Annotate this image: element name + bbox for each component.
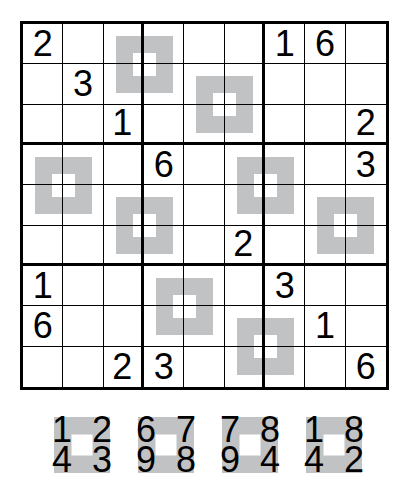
cell-r4c3[interactable] (104, 145, 144, 185)
cell-r7c4[interactable] (144, 266, 184, 306)
cell-r5c7[interactable] (265, 185, 305, 225)
cell-r8c5[interactable] (184, 306, 224, 346)
sudoku-board: 2163126321361236 (20, 21, 389, 390)
cell-r8c8[interactable]: 1 (305, 306, 345, 346)
cell-r9c2[interactable] (63, 347, 103, 387)
cell-r1c9[interactable] (346, 24, 386, 64)
cell-r9c8[interactable] (305, 347, 345, 387)
cell-r9c3[interactable]: 2 (104, 347, 144, 387)
cell-r6c5[interactable] (184, 226, 224, 266)
cell-r5c9[interactable] (346, 185, 386, 225)
cell-r4c4[interactable]: 6 (144, 145, 184, 185)
cell-r2c5[interactable] (184, 64, 224, 104)
cell-r1c8[interactable]: 6 (305, 24, 345, 64)
cell-r6c3[interactable] (104, 226, 144, 266)
cell-r3c4[interactable] (144, 105, 184, 145)
cell-r1c5[interactable] (184, 24, 224, 64)
cell-r1c3[interactable] (104, 24, 144, 64)
legend-quad-2: 6798 (138, 417, 194, 473)
cell-r6c6[interactable]: 2 (225, 226, 265, 266)
cell-r7c2[interactable] (63, 266, 103, 306)
cell-r2c8[interactable] (305, 64, 345, 104)
cell-r3c8[interactable] (305, 105, 345, 145)
cell-r4c9[interactable]: 3 (346, 145, 386, 185)
legend-digit-bottom-right: 8 (176, 442, 196, 478)
quadruple-legend: 1243679878941842 (54, 417, 362, 473)
cell-r6c4[interactable] (144, 226, 184, 266)
cell-r5c4[interactable] (144, 185, 184, 225)
cell-r8c9[interactable] (346, 306, 386, 346)
cell-r6c7[interactable] (265, 226, 305, 266)
legend-marker-hole (72, 435, 93, 456)
cell-r2c4[interactable] (144, 64, 184, 104)
cell-r8c1[interactable]: 6 (23, 306, 63, 346)
cell-r7c7[interactable]: 3 (265, 266, 305, 306)
cell-r5c1[interactable] (23, 185, 63, 225)
cell-r8c6[interactable] (225, 306, 265, 346)
cell-r5c5[interactable] (184, 185, 224, 225)
cell-r9c6[interactable] (225, 347, 265, 387)
cell-r9c7[interactable] (265, 347, 305, 387)
legend-digit-bottom-left: 9 (220, 442, 240, 478)
cell-r4c7[interactable] (265, 145, 305, 185)
cell-r2c1[interactable] (23, 64, 63, 104)
cell-r5c8[interactable] (305, 185, 345, 225)
cell-r9c1[interactable] (23, 347, 63, 387)
cell-r3c1[interactable] (23, 105, 63, 145)
puzzle-page: 2163126321361236 1243679878941842 (0, 0, 410, 499)
cell-r6c2[interactable] (63, 226, 103, 266)
legend-marker-hole (240, 435, 261, 456)
legend-digit-bottom-left: 4 (304, 442, 324, 478)
cell-r3c7[interactable] (265, 105, 305, 145)
cell-r1c6[interactable] (225, 24, 265, 64)
cell-r4c6[interactable] (225, 145, 265, 185)
cell-r7c3[interactable] (104, 266, 144, 306)
cell-r9c9[interactable]: 6 (346, 347, 386, 387)
cell-r9c5[interactable] (184, 347, 224, 387)
cell-r3c2[interactable] (63, 105, 103, 145)
legend-quad-4: 1842 (306, 417, 362, 473)
legend-digit-bottom-right: 3 (92, 442, 112, 478)
cell-r2c6[interactable] (225, 64, 265, 104)
cell-r8c3[interactable] (104, 306, 144, 346)
cell-r1c1[interactable]: 2 (23, 24, 63, 64)
cell-r8c2[interactable] (63, 306, 103, 346)
cell-r8c7[interactable] (265, 306, 305, 346)
cell-r2c3[interactable] (104, 64, 144, 104)
cell-r3c3[interactable]: 1 (104, 105, 144, 145)
cell-r5c3[interactable] (104, 185, 144, 225)
legend-digit-bottom-left: 9 (136, 442, 156, 478)
cell-r7c9[interactable] (346, 266, 386, 306)
cell-r1c4[interactable] (144, 24, 184, 64)
cell-r3c6[interactable] (225, 105, 265, 145)
cell-r3c5[interactable] (184, 105, 224, 145)
legend-quad-3: 7894 (222, 417, 278, 473)
cell-r6c1[interactable] (23, 226, 63, 266)
cell-r4c2[interactable] (63, 145, 103, 185)
legend-marker-hole (324, 435, 345, 456)
cell-r2c2[interactable]: 3 (63, 64, 103, 104)
legend-digit-bottom-left: 4 (52, 442, 72, 478)
cell-r8c4[interactable] (144, 306, 184, 346)
legend-marker-hole (156, 435, 177, 456)
cell-r9c4[interactable]: 3 (144, 347, 184, 387)
cell-r4c5[interactable] (184, 145, 224, 185)
cell-r2c9[interactable] (346, 64, 386, 104)
cell-r6c9[interactable] (346, 226, 386, 266)
cell-r1c7[interactable]: 1 (265, 24, 305, 64)
cell-r1c2[interactable] (63, 24, 103, 64)
cell-r7c6[interactable] (225, 266, 265, 306)
cell-r2c7[interactable] (265, 64, 305, 104)
cell-r6c8[interactable] (305, 226, 345, 266)
cell-r7c5[interactable] (184, 266, 224, 306)
legend-digit-bottom-right: 2 (344, 442, 364, 478)
cell-r3c9[interactable]: 2 (346, 105, 386, 145)
legend-quad-1: 1243 (54, 417, 110, 473)
cell-r7c1[interactable]: 1 (23, 266, 63, 306)
cell-r5c6[interactable] (225, 185, 265, 225)
cell-r4c8[interactable] (305, 145, 345, 185)
cell-r7c8[interactable] (305, 266, 345, 306)
sudoku-grid: 2163126321361236 (23, 24, 386, 387)
cell-r5c2[interactable] (63, 185, 103, 225)
cell-r4c1[interactable] (23, 145, 63, 185)
legend-digit-bottom-right: 4 (260, 442, 280, 478)
